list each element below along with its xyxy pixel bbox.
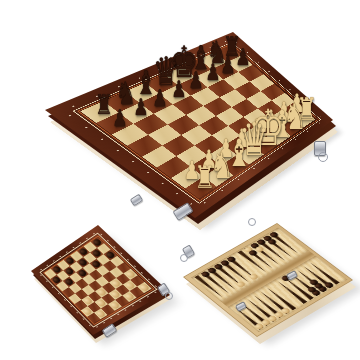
frame-dot <box>138 77 141 79</box>
frame-dot <box>157 69 160 71</box>
frame-dot <box>46 264 48 266</box>
frame-dot <box>117 313 119 315</box>
frame-dot <box>134 265 136 267</box>
frame-dot <box>161 182 164 184</box>
chess-clasp-loop <box>318 152 328 162</box>
frame-dot <box>120 252 122 254</box>
frame-dot <box>257 61 259 63</box>
frame-dot <box>103 322 105 324</box>
frame-dot <box>224 41 227 43</box>
frame-dot <box>132 305 134 307</box>
frame-dot <box>281 148 283 150</box>
frame-dot <box>175 61 178 63</box>
frame-dot <box>127 259 129 261</box>
frame-dot <box>278 80 280 82</box>
frame-dot <box>93 233 95 235</box>
frame-dot <box>124 309 126 311</box>
frame-dot <box>59 256 61 258</box>
frame-dot <box>246 52 248 54</box>
frame-dot <box>221 190 224 192</box>
frame-dot <box>40 269 42 271</box>
frame-dot <box>299 98 301 100</box>
frame-dot <box>307 130 309 132</box>
checkers-board <box>31 225 168 335</box>
frame-dot <box>294 139 296 141</box>
frame-dot <box>86 237 88 239</box>
chess-grid <box>80 46 315 199</box>
frame-dot <box>253 168 256 170</box>
chess-board <box>45 32 333 218</box>
frame-dot <box>89 325 91 327</box>
frame-dot <box>100 138 104 140</box>
frame-dot <box>235 42 238 44</box>
frame-dot <box>95 95 99 97</box>
frame-dot <box>46 281 48 283</box>
frame-dot <box>107 240 109 242</box>
frame-dot <box>154 291 156 293</box>
frame-dot <box>70 305 72 307</box>
frame-dot <box>148 278 150 280</box>
frame-dot <box>209 47 212 49</box>
frame-dot <box>82 318 84 320</box>
chess-hinge-left <box>130 194 144 207</box>
frame-dot <box>318 122 320 124</box>
frame-dot <box>96 326 98 328</box>
frame-dot <box>237 178 240 180</box>
backgammon-board <box>183 223 353 337</box>
frame-dot <box>58 293 60 295</box>
frame-dot <box>139 300 141 302</box>
frame-dot <box>268 71 270 73</box>
frame-dot <box>40 274 42 276</box>
frame-dot <box>113 246 115 248</box>
frame-dot <box>267 157 270 159</box>
frame-dot <box>319 115 321 117</box>
backgammon-clasp-loop <box>180 254 188 262</box>
frame-dot <box>68 115 72 117</box>
frame-dot <box>193 54 196 56</box>
frame-dot <box>309 107 311 109</box>
frame-dot <box>100 234 102 236</box>
frame-dot <box>66 251 68 253</box>
frame-dot <box>84 126 88 128</box>
frame-dot <box>110 318 112 320</box>
frame-dot <box>117 86 121 88</box>
frame-dot <box>53 260 55 262</box>
frame-dot <box>79 242 81 244</box>
frame-dot <box>131 161 135 163</box>
frame-dot <box>76 312 78 314</box>
frame-dot <box>141 272 143 274</box>
frame-dot <box>72 247 74 249</box>
frame-dot <box>146 171 150 173</box>
frame-dot <box>175 193 178 195</box>
backgammon-corner-loop <box>248 218 256 226</box>
frame-dot <box>64 299 66 301</box>
frame-dot <box>52 287 54 289</box>
frame-dot <box>147 296 149 298</box>
frame-dot <box>203 202 206 204</box>
frame-dot <box>116 149 120 151</box>
checkers-clasp-loop <box>165 292 173 300</box>
frame-dot <box>71 105 75 107</box>
product-photo-scene: ♜♞♝♛♚♝♞♜♟♟♟♟♟♟♟♟♟♟♟♟♟♟♟♟♜♞♝♛♚♝♞♜ <box>0 0 360 360</box>
frame-dot <box>289 89 291 91</box>
